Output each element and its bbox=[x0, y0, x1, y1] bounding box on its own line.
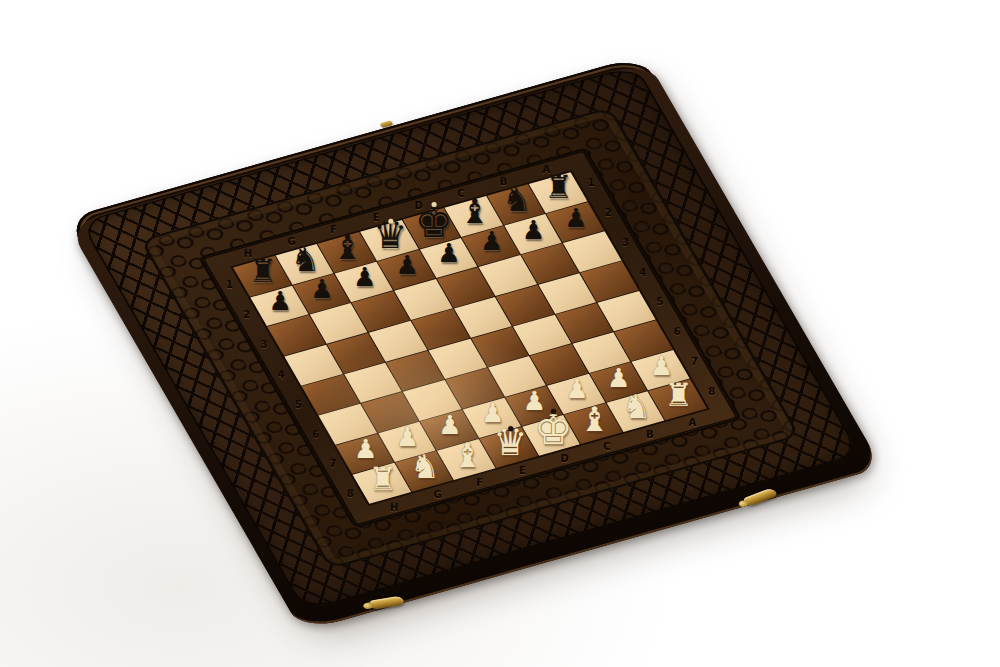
black-rook: ♜ bbox=[545, 171, 574, 203]
rank-label: 3 bbox=[260, 339, 267, 350]
white-queen: ♛ bbox=[493, 423, 527, 461]
black-queen: ♛ bbox=[374, 216, 408, 254]
file-label: H bbox=[390, 501, 398, 512]
white-bishop: ♝ bbox=[452, 437, 482, 471]
rank-label: 2 bbox=[243, 309, 250, 320]
black-knight: ♞ bbox=[502, 183, 532, 216]
finial-tip-icon bbox=[388, 219, 393, 224]
black-pawn: ♟ bbox=[437, 240, 460, 266]
finial-tip-icon bbox=[508, 426, 513, 431]
rank-label: 4 bbox=[639, 266, 646, 277]
black-rook: ♜ bbox=[249, 255, 278, 287]
black-pawn: ♟ bbox=[522, 216, 545, 242]
white-pawn: ♟ bbox=[354, 436, 377, 462]
rank-label: 5 bbox=[294, 399, 301, 410]
brass-clasp-icon bbox=[743, 487, 779, 506]
file-label: F bbox=[476, 477, 483, 488]
white-bishop: ♝ bbox=[579, 401, 609, 435]
black-pawn: ♟ bbox=[395, 252, 418, 278]
white-rook: ♜ bbox=[369, 462, 398, 494]
file-label: C bbox=[603, 441, 610, 452]
file-label: G bbox=[433, 489, 441, 500]
rank-label: 8 bbox=[708, 386, 715, 397]
brass-clasp-icon bbox=[369, 596, 405, 610]
rank-label: 6 bbox=[312, 428, 319, 439]
file-label: A bbox=[688, 417, 696, 428]
rank-label: 8 bbox=[346, 488, 353, 499]
black-knight: ♞ bbox=[291, 243, 321, 276]
photo-backdrop: HGFEDCBA HGFEDCBA 12345678 12345678 ♜♞♝♛… bbox=[0, 0, 1000, 667]
file-label: E bbox=[518, 465, 525, 476]
file-label: B bbox=[646, 429, 654, 440]
black-pawn: ♟ bbox=[311, 276, 334, 302]
file-label: D bbox=[560, 453, 568, 464]
white-pawn: ♟ bbox=[650, 353, 673, 379]
rank-label: 7 bbox=[690, 356, 697, 367]
rank-label: 1 bbox=[225, 279, 232, 290]
white-knight: ♞ bbox=[622, 390, 652, 423]
rank-label: 2 bbox=[604, 207, 611, 218]
black-pawn: ♟ bbox=[268, 288, 291, 314]
black-pawn: ♟ bbox=[480, 228, 503, 254]
black-bishop: ♝ bbox=[333, 230, 363, 264]
finial-tip-icon bbox=[551, 409, 556, 414]
black-pawn: ♟ bbox=[353, 264, 376, 290]
white-rook: ♜ bbox=[665, 379, 694, 411]
rank-label: 1 bbox=[587, 177, 594, 188]
chess-board: HGFEDCBA HGFEDCBA 12345678 12345678 ♜♞♝♛… bbox=[66, 56, 873, 621]
white-king: ♚ bbox=[534, 408, 573, 451]
black-bishop: ♝ bbox=[460, 194, 490, 228]
rank-label: 6 bbox=[673, 326, 680, 337]
rank-label: 5 bbox=[656, 296, 663, 307]
finial-tip-icon bbox=[431, 202, 436, 207]
brass-hinge-icon bbox=[380, 120, 394, 128]
black-pawn: ♟ bbox=[564, 204, 587, 230]
rank-label: 3 bbox=[621, 237, 628, 248]
rank-label: 7 bbox=[329, 458, 336, 469]
rank-label: 4 bbox=[277, 369, 284, 380]
white-knight: ♞ bbox=[410, 450, 440, 483]
